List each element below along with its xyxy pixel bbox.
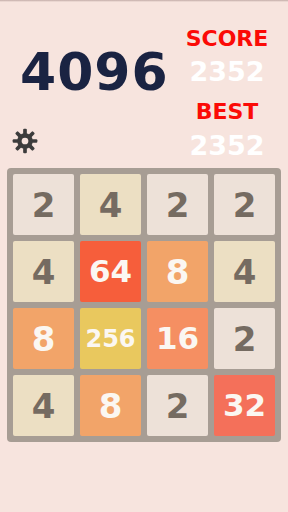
tile-r1c1: 2 [13, 174, 74, 235]
tile-r3c2: 256 [80, 308, 141, 369]
app-title: 4096 [20, 46, 169, 98]
score-panel: SCORE 2352 BEST 2352 [167, 28, 287, 159]
tile-r2c1: 4 [13, 241, 74, 302]
tile-r4c1: 4 [13, 375, 74, 436]
tile-r4c2: 8 [80, 375, 141, 436]
game-board[interactable]: 242246484825616248232 [7, 168, 281, 442]
top-shadow-line [0, 0, 288, 2]
gear-icon [12, 128, 38, 154]
tile-r1c3: 2 [147, 174, 208, 235]
settings-button[interactable] [12, 128, 38, 154]
tile-r3c3: 16 [147, 308, 208, 369]
score-label: SCORE [167, 28, 287, 50]
tile-r2c3: 8 [147, 241, 208, 302]
tile-r1c4: 2 [214, 174, 275, 235]
tile-r3c4: 2 [214, 308, 275, 369]
score-value: 2352 [167, 58, 287, 85]
tile-r4c3: 2 [147, 375, 208, 436]
best-label: BEST [167, 101, 287, 123]
tile-r3c1: 8 [13, 308, 74, 369]
tile-r2c2: 64 [80, 241, 141, 302]
tile-r2c4: 4 [214, 241, 275, 302]
tile-r4c4: 32 [214, 375, 275, 436]
best-value: 2352 [167, 132, 287, 159]
tile-r1c2: 4 [80, 174, 141, 235]
app-screen: 4096 SCORE 2352 BEST 2352 24224648482561… [0, 0, 288, 512]
